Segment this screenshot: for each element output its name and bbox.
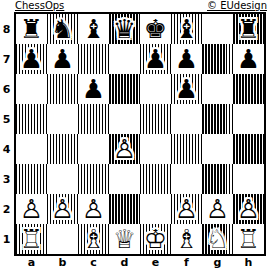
square-b5[interactable] bbox=[47, 104, 78, 134]
white-pawn-d4[interactable]: ♟♙ bbox=[109, 134, 140, 164]
board-frame: ♜♞♝♛♚♝♜♟♟♟♟♟♟♟♟♙♟♙♟♙♟♙♟♙♟♙♟♙♜♖♝♗♛♕♚♔♝♗♞♘… bbox=[14, 12, 266, 256]
file-label-c: c bbox=[78, 257, 109, 269]
square-g5[interactable] bbox=[202, 104, 233, 134]
square-a5[interactable] bbox=[16, 104, 47, 134]
square-d2[interactable] bbox=[109, 194, 140, 224]
square-c4[interactable] bbox=[78, 134, 109, 164]
square-f5[interactable] bbox=[171, 104, 202, 134]
black-pawn-c6[interactable]: ♟ bbox=[78, 74, 109, 104]
rank-label-2: 2 bbox=[0, 194, 13, 224]
square-d8[interactable]: ♛ bbox=[109, 14, 140, 44]
file-labels: abcdefgh bbox=[16, 257, 264, 269]
square-b2[interactable]: ♟♙ bbox=[47, 194, 78, 224]
square-d5[interactable] bbox=[109, 104, 140, 134]
square-f7[interactable]: ♟ bbox=[171, 44, 202, 74]
square-a1[interactable]: ♜♖ bbox=[16, 224, 47, 254]
square-b1[interactable] bbox=[47, 224, 78, 254]
rank-label-1: 1 bbox=[0, 224, 13, 254]
square-f1[interactable]: ♝♗ bbox=[171, 224, 202, 254]
white-pawn-g2[interactable]: ♟♙ bbox=[202, 194, 233, 224]
square-a2[interactable]: ♟♙ bbox=[16, 194, 47, 224]
square-b4[interactable] bbox=[47, 134, 78, 164]
rank-label-3: 3 bbox=[0, 164, 13, 194]
black-pawn-h7[interactable]: ♟ bbox=[233, 44, 264, 74]
square-g2[interactable]: ♟♙ bbox=[202, 194, 233, 224]
square-h1[interactable]: ♜♖ bbox=[233, 224, 264, 254]
file-label-a: a bbox=[16, 257, 47, 269]
square-a7[interactable]: ♟ bbox=[16, 44, 47, 74]
black-king-e8[interactable]: ♚ bbox=[140, 14, 171, 44]
file-label-h: h bbox=[233, 257, 264, 269]
square-h2[interactable]: ♟♙ bbox=[233, 194, 264, 224]
black-rook-a8[interactable]: ♜ bbox=[16, 14, 47, 44]
white-bishop-c1[interactable]: ♝♗ bbox=[78, 224, 109, 254]
square-h8[interactable]: ♜ bbox=[233, 14, 264, 44]
black-pawn-b7[interactable]: ♟ bbox=[47, 44, 78, 74]
file-label-g: g bbox=[202, 257, 233, 269]
black-pawn-a7[interactable]: ♟ bbox=[16, 44, 47, 74]
square-c6[interactable]: ♟ bbox=[78, 74, 109, 104]
credit-link[interactable]: © EUdesign bbox=[207, 0, 267, 11]
square-e4[interactable] bbox=[140, 134, 171, 164]
black-knight-b8[interactable]: ♞ bbox=[47, 14, 78, 44]
black-queen-d8[interactable]: ♛ bbox=[109, 14, 140, 44]
square-f8[interactable]: ♝ bbox=[171, 14, 202, 44]
rank-labels: 87654321 bbox=[0, 14, 13, 254]
white-rook-h1[interactable]: ♜♖ bbox=[233, 224, 264, 254]
square-c8[interactable]: ♝ bbox=[78, 14, 109, 44]
square-d7[interactable] bbox=[109, 44, 140, 74]
square-e2[interactable] bbox=[140, 194, 171, 224]
square-g7[interactable] bbox=[202, 44, 233, 74]
square-c5[interactable] bbox=[78, 104, 109, 134]
square-b7[interactable]: ♟ bbox=[47, 44, 78, 74]
black-pawn-f7[interactable]: ♟ bbox=[171, 44, 202, 74]
square-a8[interactable]: ♜ bbox=[16, 14, 47, 44]
file-label-b: b bbox=[47, 257, 78, 269]
white-pawn-b2[interactable]: ♟♙ bbox=[47, 194, 78, 224]
rank-label-5: 5 bbox=[0, 104, 13, 134]
square-d3[interactable] bbox=[109, 164, 140, 194]
rank-label-7: 7 bbox=[0, 44, 13, 74]
black-bishop-c8[interactable]: ♝ bbox=[78, 14, 109, 44]
square-f4[interactable] bbox=[171, 134, 202, 164]
square-g8[interactable] bbox=[202, 14, 233, 44]
square-d1[interactable]: ♛♕ bbox=[109, 224, 140, 254]
square-h3[interactable] bbox=[233, 164, 264, 194]
square-e6[interactable] bbox=[140, 74, 171, 104]
white-pawn-a2[interactable]: ♟♙ bbox=[16, 194, 47, 224]
square-e5[interactable] bbox=[140, 104, 171, 134]
white-pawn-h2[interactable]: ♟♙ bbox=[233, 194, 264, 224]
file-label-e: e bbox=[140, 257, 171, 269]
white-bishop-f1[interactable]: ♝♗ bbox=[171, 224, 202, 254]
black-rook-h8[interactable]: ♜ bbox=[233, 14, 264, 44]
white-queen-d1[interactable]: ♛♕ bbox=[109, 224, 140, 254]
square-g4[interactable] bbox=[202, 134, 233, 164]
square-d4[interactable]: ♟♙ bbox=[109, 134, 140, 164]
square-g3[interactable] bbox=[202, 164, 233, 194]
square-c2[interactable]: ♟♙ bbox=[78, 194, 109, 224]
square-b6[interactable] bbox=[47, 74, 78, 104]
white-pawn-c2[interactable]: ♟♙ bbox=[78, 194, 109, 224]
square-e3[interactable] bbox=[140, 164, 171, 194]
white-pawn-f2[interactable]: ♟♙ bbox=[171, 194, 202, 224]
square-f3[interactable] bbox=[171, 164, 202, 194]
square-c7[interactable] bbox=[78, 44, 109, 74]
square-c3[interactable] bbox=[78, 164, 109, 194]
square-e1[interactable]: ♚♔ bbox=[140, 224, 171, 254]
square-g6[interactable] bbox=[202, 74, 233, 104]
file-label-f: f bbox=[171, 257, 202, 269]
square-h7[interactable]: ♟ bbox=[233, 44, 264, 74]
white-rook-a1[interactable]: ♜♖ bbox=[16, 224, 47, 254]
black-bishop-f8[interactable]: ♝ bbox=[171, 14, 202, 44]
app-title-link[interactable]: ChessOps bbox=[15, 0, 64, 11]
square-h4[interactable] bbox=[233, 134, 264, 164]
square-f2[interactable]: ♟♙ bbox=[171, 194, 202, 224]
black-pawn-e7[interactable]: ♟ bbox=[140, 44, 171, 74]
rank-label-8: 8 bbox=[0, 14, 13, 44]
square-b8[interactable]: ♞ bbox=[47, 14, 78, 44]
file-label-d: d bbox=[109, 257, 140, 269]
square-d6[interactable] bbox=[109, 74, 140, 104]
square-g1[interactable]: ♞♘ bbox=[202, 224, 233, 254]
square-e8[interactable]: ♚ bbox=[140, 14, 171, 44]
square-a3[interactable] bbox=[16, 164, 47, 194]
square-c1[interactable]: ♝♗ bbox=[78, 224, 109, 254]
square-a6[interactable] bbox=[16, 74, 47, 104]
black-pawn-f6[interactable]: ♟ bbox=[171, 74, 202, 104]
square-b3[interactable] bbox=[47, 164, 78, 194]
chess-board[interactable]: ♜♞♝♛♚♝♜♟♟♟♟♟♟♟♟♙♟♙♟♙♟♙♟♙♟♙♟♙♜♖♝♗♛♕♚♔♝♗♞♘… bbox=[16, 14, 264, 254]
rank-label-4: 4 bbox=[0, 134, 13, 164]
square-f6[interactable]: ♟ bbox=[171, 74, 202, 104]
white-knight-g1[interactable]: ♞♘ bbox=[202, 224, 233, 254]
square-a4[interactable] bbox=[16, 134, 47, 164]
square-h5[interactable] bbox=[233, 104, 264, 134]
rank-label-6: 6 bbox=[0, 74, 13, 104]
square-h6[interactable] bbox=[233, 74, 264, 104]
white-king-e1[interactable]: ♚♔ bbox=[140, 224, 171, 254]
square-e7[interactable]: ♟ bbox=[140, 44, 171, 74]
